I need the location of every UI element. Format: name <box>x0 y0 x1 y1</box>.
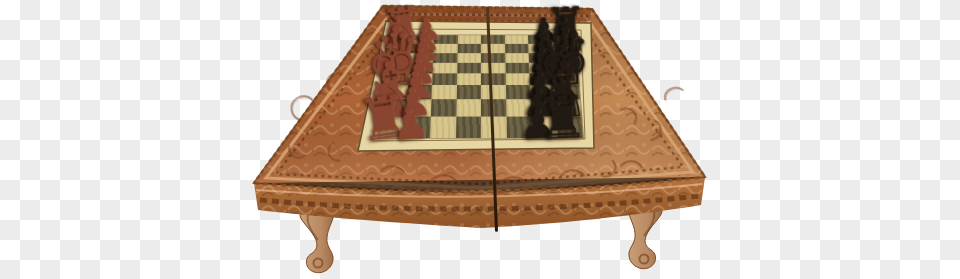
square-c5[interactable] <box>481 52 505 62</box>
square-a4[interactable] <box>457 35 481 44</box>
square-e4[interactable] <box>457 72 481 84</box>
square-c4[interactable] <box>457 52 481 62</box>
piece-black-rook-h8[interactable]: ♜ <box>535 88 590 149</box>
square-f5[interactable] <box>481 84 506 98</box>
square-f4[interactable] <box>456 84 481 98</box>
square-b5[interactable] <box>481 43 505 52</box>
square-a5[interactable] <box>481 35 505 44</box>
square-g5[interactable] <box>481 98 506 115</box>
square-g4[interactable] <box>456 98 481 115</box>
table-leg-front-left <box>300 208 335 273</box>
square-b4[interactable] <box>457 43 481 52</box>
square-d4[interactable] <box>457 62 481 73</box>
chess-table-photo: ♜♟♟♜♞♟♟♞♝♟♟♝♛♟♟♛♚♟♟♚♝♟♟♝♞♟♟♞♜♟♟♜ <box>0 0 960 279</box>
square-e5[interactable] <box>481 72 505 84</box>
square-d5[interactable] <box>481 62 505 73</box>
square-h4[interactable] <box>456 116 482 137</box>
piece-white-pawn-h2[interactable]: ♟ <box>388 100 431 147</box>
